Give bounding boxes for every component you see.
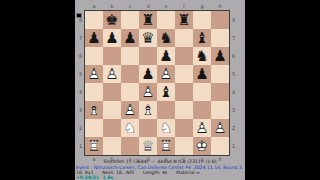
square-a2 [85,119,103,137]
square-d3: ♝♗ [139,101,157,119]
coord-label: 1 [79,137,82,155]
square-g8 [193,11,211,29]
square-a3: ♝♗ [85,101,103,119]
square-a7: ♟ [85,29,103,47]
square-h7 [211,29,229,47]
coord-label: 3 [79,101,82,119]
piece-black-bishop: ♝ [157,83,175,101]
piece-white-king: ♚♔ [193,137,211,155]
square-f3 [175,101,193,119]
square-c4 [121,83,139,101]
square-b6 [103,47,121,65]
square-g7: ♝ [193,29,211,47]
square-g5: ♟ [193,65,211,83]
piece-white-knight: ♞♘ [121,119,139,137]
square-a8 [85,11,103,29]
coord-label: 8 [232,11,235,29]
piece-black-rook: ♜ [175,11,193,29]
piece-black-knight: ♞ [157,29,175,47]
square-e6: ♟ [157,47,175,65]
coord-label: g [193,3,211,9]
square-c6 [121,47,139,65]
coord-label: 4 [79,83,82,101]
square-a5: ♟♙ [85,65,103,83]
square-g3 [193,101,211,119]
piece-black-pawn: ♟ [211,47,229,65]
square-h6: ♟ [211,47,229,65]
piece-white-rook: ♜♖ [85,137,103,155]
chess-board: ♚♜♜♟♟♟♛♞♝♟♞♟♟♙♟♙♟♟♙♟♟♙♝♝♗♟♙♝♗♞♘♞♘♟♙♟♙♜♖♛… [85,11,229,155]
game-header: Stockfish 17 (3644) -- Akkad N ICB (2311… [76,159,244,164]
square-e5: ♟♙ [157,65,175,83]
coord-label: 3 [232,101,235,119]
square-b3 [103,101,121,119]
coord-label: 6 [79,47,82,65]
square-h3 [211,101,229,119]
square-g4 [193,83,211,101]
rank-labels-left: 87654321 [79,11,82,155]
square-d6 [139,47,157,65]
square-a1: ♜♖ [85,137,103,155]
square-d8: ♜ [139,11,157,29]
square-h1 [211,137,229,155]
square-c7: ♟ [121,29,139,47]
coord-label: 6 [232,47,235,65]
piece-white-pawn: ♟♙ [103,65,121,83]
square-f1 [175,137,193,155]
coord-label: a [85,3,103,9]
square-d1: ♛♕ [139,137,157,155]
square-c1 [121,137,139,155]
square-f6 [175,47,193,65]
piece-black-pawn: ♟ [121,29,139,47]
piece-white-bishop: ♝♗ [139,101,157,119]
square-e1: ♜♖ [157,137,175,155]
coord-label: 2 [79,119,82,137]
coord-label: e [157,3,175,9]
piece-black-king: ♚ [103,11,121,29]
piece-white-pawn: ♟♙ [85,65,103,83]
square-a6 [85,47,103,65]
square-h4 [211,83,229,101]
square-b4 [103,83,121,101]
coord-label: 5 [232,65,235,83]
square-e3 [157,101,175,119]
piece-black-rook: ♜ [139,11,157,29]
piece-black-pawn: ♟ [85,29,103,47]
coord-label: 5 [79,65,82,83]
piece-black-pawn: ♟ [193,65,211,83]
coord-label: 2 [232,119,235,137]
piece-black-bishop: ♝ [193,29,211,47]
square-g2: ♟♙ [193,119,211,137]
square-h8 [211,11,229,29]
coord-label: 7 [232,29,235,47]
square-f8: ♜ [175,11,193,29]
square-f4 [175,83,193,101]
square-c3: ♟♙ [121,101,139,119]
file-labels-top: abcdefgh [85,3,229,9]
square-c8 [121,11,139,29]
piece-white-knight: ♞♘ [157,119,175,137]
piece-black-pawn: ♟ [103,29,121,47]
square-f2 [175,119,193,137]
coord-label: 4 [232,83,235,101]
square-b7: ♟ [103,29,121,47]
piece-white-rook: ♜♖ [157,137,175,155]
piece-white-pawn: ♟♙ [157,65,175,83]
piece-white-pawn: ♟♙ [121,101,139,119]
square-g6: ♞ [193,47,211,65]
square-d2 [139,119,157,137]
piece-black-pawn: ♟ [139,65,157,83]
piece-white-queen: ♛♕ [139,137,157,155]
coord-label: 1 [232,137,235,155]
square-h2: ♟♙ [211,119,229,137]
square-b2 [103,119,121,137]
coord-label: d [139,3,157,9]
square-a4 [85,83,103,101]
square-e2: ♞♘ [157,119,175,137]
square-d4: ♟♙ [139,83,157,101]
square-f5 [175,65,193,83]
piece-white-pawn: ♟♙ [193,119,211,137]
square-e8 [157,11,175,29]
coord-label: c [121,3,139,9]
square-c2: ♞♘ [121,119,139,137]
piece-black-knight: ♞ [193,47,211,65]
rank-labels-right: 87654321 [232,11,235,155]
piece-black-pawn: ♟ [157,47,175,65]
square-c5 [121,65,139,83]
square-b5: ♟♙ [103,65,121,83]
piece-white-bishop: ♝♗ [85,101,103,119]
square-b8: ♚ [103,11,121,29]
square-b1 [103,137,121,155]
square-f7 [175,29,193,47]
video-frame: abcdefgh abcdefgh 87654321 87654321 ♚♜♜♟… [0,0,320,180]
coord-label: b [103,3,121,9]
square-d5: ♟ [139,65,157,83]
square-d7: ♛ [139,29,157,47]
piece-white-pawn: ♟♙ [139,83,157,101]
square-h5 [211,65,229,83]
engine-eval-line: +0.58/21 1.6s [76,175,244,180]
square-e7: ♞ [157,29,175,47]
coord-label: h [211,3,229,9]
black-to-move-indicator [76,13,82,18]
piece-white-pawn: ♟♙ [211,119,229,137]
piece-black-queen: ♛ [139,29,157,47]
square-e4: ♝ [157,83,175,101]
coord-label: 7 [79,29,82,47]
coord-label: f [175,3,193,9]
square-g1: ♚♔ [193,137,211,155]
chess-app-area: abcdefgh abcdefgh 87654321 87654321 ♚♜♜♟… [75,0,245,180]
